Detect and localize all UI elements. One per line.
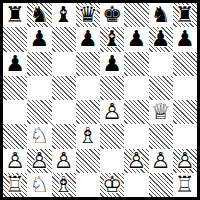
square-d1[interactable] bbox=[76, 173, 100, 197]
square-b7[interactable]: ♟♟ bbox=[27, 27, 51, 51]
square-h3[interactable] bbox=[173, 124, 197, 148]
square-f8[interactable] bbox=[124, 3, 148, 27]
white-pawn[interactable]: ♟♙ bbox=[52, 149, 76, 173]
piece-glyph: ♖ bbox=[173, 173, 197, 197]
piece-glyph: ♙ bbox=[149, 149, 173, 173]
square-e5[interactable] bbox=[100, 76, 124, 100]
square-f3[interactable] bbox=[124, 124, 148, 148]
white-pawn[interactable]: ♟♙ bbox=[27, 149, 51, 173]
square-c7[interactable] bbox=[52, 27, 76, 51]
square-e4[interactable]: ♟♙ bbox=[100, 100, 124, 124]
square-a7[interactable] bbox=[3, 27, 27, 51]
square-c3[interactable] bbox=[52, 124, 76, 148]
piece-glyph: ♘ bbox=[27, 124, 51, 148]
square-g2[interactable]: ♟♙ bbox=[149, 149, 173, 173]
piece-glyph: ♟ bbox=[3, 52, 27, 76]
black-knight[interactable]: ♞♞ bbox=[149, 3, 173, 27]
black-bishop[interactable]: ♝♝ bbox=[100, 27, 124, 51]
piece-glyph: ♝ bbox=[52, 3, 76, 27]
piece-glyph: ♟ bbox=[27, 27, 51, 51]
black-pawn[interactable]: ♟♟ bbox=[173, 27, 197, 51]
square-e3[interactable] bbox=[100, 124, 124, 148]
square-b8[interactable]: ♞♞ bbox=[27, 3, 51, 27]
white-bishop[interactable]: ♝♗ bbox=[76, 124, 100, 148]
square-b4[interactable] bbox=[27, 100, 51, 124]
white-king[interactable]: ♚♔ bbox=[100, 173, 124, 197]
square-f1[interactable] bbox=[124, 173, 148, 197]
square-c6[interactable] bbox=[52, 52, 76, 76]
square-g3[interactable] bbox=[149, 124, 173, 148]
white-pawn[interactable]: ♟♙ bbox=[3, 149, 27, 173]
black-pawn[interactable]: ♟♟ bbox=[124, 27, 148, 51]
square-a5[interactable] bbox=[3, 76, 27, 100]
piece-glyph: ♙ bbox=[27, 149, 51, 173]
square-g4[interactable]: ♛♕ bbox=[149, 100, 173, 124]
black-queen[interactable]: ♛♛ bbox=[76, 3, 100, 27]
piece-glyph: ♟ bbox=[149, 27, 173, 51]
white-pawn[interactable]: ♟♙ bbox=[100, 100, 124, 124]
square-f5[interactable] bbox=[124, 76, 148, 100]
square-g1[interactable] bbox=[149, 173, 173, 197]
black-rook[interactable]: ♜♜ bbox=[3, 3, 27, 27]
piece-glyph: ♚ bbox=[100, 3, 124, 27]
white-queen[interactable]: ♛♕ bbox=[149, 100, 173, 124]
black-rook[interactable]: ♜♜ bbox=[173, 3, 197, 27]
white-pawn[interactable]: ♟♙ bbox=[173, 149, 197, 173]
chess-board: ♜♜♞♞♝♝♛♛♚♚♞♞♜♜♟♟♟♟♝♝♟♟♟♟♟♟♟♟♟♟♟♙♛♕♞♘♝♗♟♙… bbox=[0, 0, 200, 200]
square-d3[interactable]: ♝♗ bbox=[76, 124, 100, 148]
square-d2[interactable] bbox=[76, 149, 100, 173]
piece-glyph: ♟ bbox=[100, 52, 124, 76]
square-b5[interactable] bbox=[27, 76, 51, 100]
square-d7[interactable]: ♟♟ bbox=[76, 27, 100, 51]
piece-glyph: ♙ bbox=[124, 149, 148, 173]
white-pawn[interactable]: ♟♙ bbox=[149, 149, 173, 173]
white-bishop[interactable]: ♝♗ bbox=[52, 173, 76, 197]
square-g6[interactable] bbox=[149, 52, 173, 76]
square-c2[interactable]: ♟♙ bbox=[52, 149, 76, 173]
square-e6[interactable]: ♟♟ bbox=[100, 52, 124, 76]
piece-glyph: ♙ bbox=[173, 149, 197, 173]
piece-glyph: ♔ bbox=[100, 173, 124, 197]
white-pawn[interactable]: ♟♙ bbox=[124, 149, 148, 173]
square-g8[interactable]: ♞♞ bbox=[149, 3, 173, 27]
black-king[interactable]: ♚♚ bbox=[100, 3, 124, 27]
square-e2[interactable] bbox=[100, 149, 124, 173]
square-h2[interactable]: ♟♙ bbox=[173, 149, 197, 173]
square-e8[interactable]: ♚♚ bbox=[100, 3, 124, 27]
piece-glyph: ♛ bbox=[76, 3, 100, 27]
black-knight[interactable]: ♞♞ bbox=[27, 3, 51, 27]
square-c4[interactable] bbox=[52, 100, 76, 124]
piece-glyph: ♖ bbox=[3, 173, 27, 197]
white-knight[interactable]: ♞♘ bbox=[27, 173, 51, 197]
black-bishop[interactable]: ♝♝ bbox=[52, 3, 76, 27]
square-a3[interactable] bbox=[3, 124, 27, 148]
square-g7[interactable]: ♟♟ bbox=[149, 27, 173, 51]
white-rook[interactable]: ♜♖ bbox=[173, 173, 197, 197]
square-f7[interactable]: ♟♟ bbox=[124, 27, 148, 51]
black-pawn[interactable]: ♟♟ bbox=[76, 27, 100, 51]
square-e1[interactable]: ♚♔ bbox=[100, 173, 124, 197]
piece-glyph: ♙ bbox=[100, 100, 124, 124]
piece-glyph: ♝ bbox=[100, 27, 124, 51]
square-f6[interactable] bbox=[124, 52, 148, 76]
piece-glyph: ♞ bbox=[149, 3, 173, 27]
square-b6[interactable] bbox=[27, 52, 51, 76]
square-a4[interactable] bbox=[3, 100, 27, 124]
piece-glyph: ♟ bbox=[124, 27, 148, 51]
square-c1[interactable]: ♝♗ bbox=[52, 173, 76, 197]
square-h1[interactable]: ♜♖ bbox=[173, 173, 197, 197]
square-e7[interactable]: ♝♝ bbox=[100, 27, 124, 51]
square-a6[interactable]: ♟♟ bbox=[3, 52, 27, 76]
square-g5[interactable] bbox=[149, 76, 173, 100]
white-knight[interactable]: ♞♘ bbox=[27, 124, 51, 148]
square-b2[interactable]: ♟♙ bbox=[27, 149, 51, 173]
square-a2[interactable]: ♟♙ bbox=[3, 149, 27, 173]
black-pawn[interactable]: ♟♟ bbox=[3, 52, 27, 76]
square-d8[interactable]: ♛♛ bbox=[76, 3, 100, 27]
square-b3[interactable]: ♞♘ bbox=[27, 124, 51, 148]
square-h4[interactable] bbox=[173, 100, 197, 124]
piece-glyph: ♗ bbox=[52, 173, 76, 197]
square-d4[interactable] bbox=[76, 100, 100, 124]
square-d6[interactable] bbox=[76, 52, 100, 76]
piece-glyph: ♟ bbox=[173, 27, 197, 51]
piece-glyph: ♕ bbox=[149, 100, 173, 124]
square-h5[interactable] bbox=[173, 76, 197, 100]
piece-glyph: ♙ bbox=[3, 149, 27, 173]
square-c5[interactable] bbox=[52, 76, 76, 100]
square-f2[interactable]: ♟♙ bbox=[124, 149, 148, 173]
black-pawn[interactable]: ♟♟ bbox=[149, 27, 173, 51]
white-rook[interactable]: ♜♖ bbox=[3, 173, 27, 197]
piece-glyph: ♟ bbox=[76, 27, 100, 51]
piece-glyph: ♜ bbox=[173, 3, 197, 27]
square-c8[interactable]: ♝♝ bbox=[52, 3, 76, 27]
square-a1[interactable]: ♜♖ bbox=[3, 173, 27, 197]
black-pawn[interactable]: ♟♟ bbox=[27, 27, 51, 51]
square-f4[interactable] bbox=[124, 100, 148, 124]
square-h7[interactable]: ♟♟ bbox=[173, 27, 197, 51]
square-h6[interactable] bbox=[173, 52, 197, 76]
square-b1[interactable]: ♞♘ bbox=[27, 173, 51, 197]
piece-glyph: ♙ bbox=[52, 149, 76, 173]
piece-glyph: ♗ bbox=[76, 124, 100, 148]
piece-glyph: ♞ bbox=[27, 3, 51, 27]
square-d5[interactable] bbox=[76, 76, 100, 100]
piece-glyph: ♜ bbox=[3, 3, 27, 27]
piece-glyph: ♘ bbox=[27, 173, 51, 197]
square-h8[interactable]: ♜♜ bbox=[173, 3, 197, 27]
black-pawn[interactable]: ♟♟ bbox=[100, 52, 124, 76]
square-a8[interactable]: ♜♜ bbox=[3, 3, 27, 27]
